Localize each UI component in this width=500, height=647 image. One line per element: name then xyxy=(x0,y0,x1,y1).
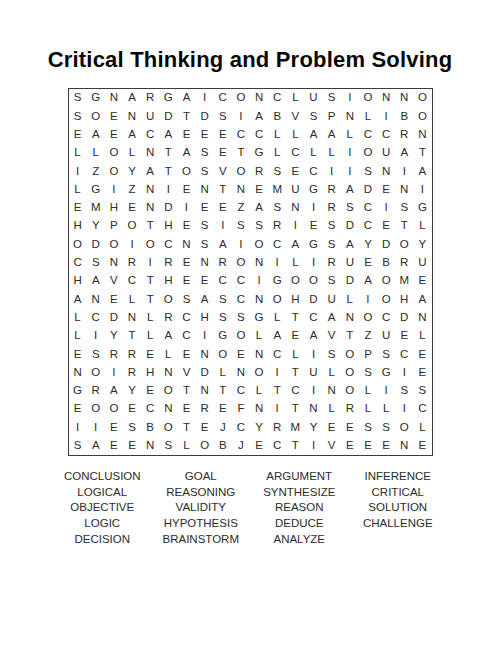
grid-cell[interactable]: S xyxy=(69,107,87,125)
grid-cell[interactable]: N xyxy=(395,437,413,455)
grid-cell[interactable]: Z xyxy=(359,327,377,345)
grid-cell[interactable]: E xyxy=(377,217,395,235)
grid-cell[interactable]: O xyxy=(250,363,268,381)
grid-cell[interactable]: L xyxy=(268,144,286,162)
grid-cell[interactable]: S xyxy=(69,437,87,455)
grid-cell[interactable]: E xyxy=(196,272,214,290)
grid-cell[interactable]: E xyxy=(196,126,214,144)
grid-cell[interactable]: T xyxy=(286,309,304,327)
grid-cell[interactable]: O xyxy=(196,437,214,455)
grid-cell[interactable]: I xyxy=(268,254,286,272)
grid-cell[interactable]: L xyxy=(323,363,341,381)
grid-cell[interactable]: C xyxy=(359,217,377,235)
grid-cell[interactable]: R xyxy=(123,254,141,272)
grid-cell[interactable]: N xyxy=(395,180,413,198)
grid-cell[interactable]: C xyxy=(250,126,268,144)
grid-cell[interactable]: E xyxy=(250,180,268,198)
grid-cell[interactable]: E xyxy=(232,345,250,363)
grid-cell[interactable]: E xyxy=(123,437,141,455)
grid-cell[interactable]: G xyxy=(87,180,105,198)
grid-cell[interactable]: L xyxy=(341,126,359,144)
grid-cell[interactable]: T xyxy=(177,382,195,400)
grid-cell[interactable]: T xyxy=(123,327,141,345)
grid-cell[interactable]: O xyxy=(141,235,159,253)
grid-cell[interactable]: I xyxy=(304,199,322,217)
grid-cell[interactable]: E xyxy=(177,400,195,418)
grid-cell[interactable]: R xyxy=(250,162,268,180)
grid-cell[interactable]: C xyxy=(286,144,304,162)
grid-cell[interactable]: N xyxy=(159,400,177,418)
grid-cell[interactable]: S xyxy=(395,382,413,400)
grid-cell[interactable]: R xyxy=(159,309,177,327)
grid-cell[interactable]: I xyxy=(87,327,105,345)
grid-cell[interactable]: L xyxy=(250,382,268,400)
grid-cell[interactable]: I xyxy=(177,199,195,217)
grid-cell[interactable]: S xyxy=(196,217,214,235)
grid-cell[interactable]: S xyxy=(177,290,195,308)
grid-cell[interactable]: G xyxy=(250,309,268,327)
grid-cell[interactable]: C xyxy=(214,272,232,290)
grid-cell[interactable]: V xyxy=(105,272,123,290)
grid-cell[interactable]: P xyxy=(323,107,341,125)
grid-cell[interactable]: I xyxy=(304,382,322,400)
grid-cell[interactable]: C xyxy=(304,162,322,180)
grid-cell[interactable]: S xyxy=(159,437,177,455)
grid-cell[interactable]: O xyxy=(232,254,250,272)
grid-cell[interactable]: L xyxy=(359,107,377,125)
grid-cell[interactable]: O xyxy=(413,107,431,125)
grid-cell[interactable]: L xyxy=(413,327,431,345)
grid-cell[interactable]: I xyxy=(196,89,214,107)
grid-cell[interactable]: D xyxy=(105,309,123,327)
grid-cell[interactable]: N xyxy=(232,363,250,381)
grid-cell[interactable]: N xyxy=(250,345,268,363)
grid-cell[interactable]: C xyxy=(214,89,232,107)
grid-cell[interactable]: N xyxy=(232,180,250,198)
grid-cell[interactable]: E xyxy=(69,199,87,217)
grid-cell[interactable]: C xyxy=(286,382,304,400)
grid-cell[interactable]: O xyxy=(105,235,123,253)
grid-cell[interactable]: V xyxy=(286,107,304,125)
grid-cell[interactable]: L xyxy=(268,126,286,144)
grid-cell[interactable]: P xyxy=(359,345,377,363)
grid-cell[interactable]: A xyxy=(250,107,268,125)
grid-cell[interactable]: A xyxy=(123,126,141,144)
grid-cell[interactable]: E xyxy=(214,126,232,144)
grid-cell[interactable]: M xyxy=(286,418,304,436)
grid-cell[interactable]: N xyxy=(123,309,141,327)
grid-cell[interactable]: H xyxy=(159,217,177,235)
grid-cell[interactable]: E xyxy=(177,126,195,144)
grid-cell[interactable]: I xyxy=(232,235,250,253)
grid-cell[interactable]: O xyxy=(232,89,250,107)
grid-cell[interactable]: L xyxy=(177,437,195,455)
grid-cell[interactable]: H xyxy=(105,199,123,217)
grid-cell[interactable]: T xyxy=(286,400,304,418)
grid-cell[interactable]: E xyxy=(250,437,268,455)
grid-cell[interactable]: C xyxy=(232,382,250,400)
grid-cell[interactable]: C xyxy=(359,126,377,144)
grid-cell[interactable]: T xyxy=(141,217,159,235)
grid-cell[interactable]: T xyxy=(232,144,250,162)
grid-cell[interactable]: E xyxy=(413,272,431,290)
grid-cell[interactable]: L xyxy=(359,382,377,400)
grid-cell[interactable]: D xyxy=(341,217,359,235)
grid-cell[interactable]: O xyxy=(177,162,195,180)
grid-cell[interactable]: R xyxy=(395,254,413,272)
grid-cell[interactable]: E xyxy=(377,180,395,198)
grid-cell[interactable]: E xyxy=(341,418,359,436)
grid-cell[interactable]: T xyxy=(413,144,431,162)
grid-cell[interactable]: B xyxy=(141,418,159,436)
grid-cell[interactable]: E xyxy=(69,126,87,144)
grid-cell[interactable]: E xyxy=(177,254,195,272)
grid-cell[interactable]: T xyxy=(214,180,232,198)
grid-cell[interactable]: D xyxy=(377,235,395,253)
grid-cell[interactable]: I xyxy=(323,162,341,180)
grid-cell[interactable]: L xyxy=(69,309,87,327)
grid-cell[interactable]: A xyxy=(286,235,304,253)
grid-cell[interactable]: O xyxy=(105,144,123,162)
grid-cell[interactable]: A xyxy=(87,126,105,144)
grid-cell[interactable]: O xyxy=(304,272,322,290)
grid-cell[interactable]: C xyxy=(395,345,413,363)
grid-cell[interactable]: E xyxy=(105,290,123,308)
grid-cell[interactable]: S xyxy=(377,345,395,363)
grid-cell[interactable]: N xyxy=(250,254,268,272)
grid-cell[interactable]: S xyxy=(196,144,214,162)
grid-cell[interactable]: O xyxy=(377,272,395,290)
grid-cell[interactable]: O xyxy=(268,290,286,308)
grid-cell[interactable]: E xyxy=(323,418,341,436)
grid-cell[interactable]: A xyxy=(341,180,359,198)
grid-cell[interactable]: T xyxy=(141,290,159,308)
grid-cell[interactable]: I xyxy=(395,162,413,180)
grid-cell[interactable]: O xyxy=(359,144,377,162)
grid-cell[interactable]: A xyxy=(196,290,214,308)
grid-cell[interactable]: I xyxy=(341,144,359,162)
grid-cell[interactable]: S xyxy=(87,254,105,272)
grid-cell[interactable]: O xyxy=(250,235,268,253)
grid-cell[interactable]: L xyxy=(159,345,177,363)
grid-cell[interactable]: E xyxy=(123,400,141,418)
grid-cell[interactable]: E xyxy=(214,144,232,162)
grid-cell[interactable]: S xyxy=(268,199,286,217)
grid-cell[interactable]: L xyxy=(123,144,141,162)
grid-cell[interactable]: A xyxy=(413,162,431,180)
grid-cell[interactable]: S xyxy=(359,363,377,381)
grid-cell[interactable]: O xyxy=(214,345,232,363)
grid-cell[interactable]: A xyxy=(159,126,177,144)
grid-cell[interactable]: L xyxy=(413,217,431,235)
grid-cell[interactable]: O xyxy=(69,235,87,253)
grid-cell[interactable]: O xyxy=(413,89,431,107)
grid-cell[interactable]: L xyxy=(69,180,87,198)
grid-cell[interactable]: G xyxy=(87,89,105,107)
grid-cell[interactable]: E xyxy=(341,437,359,455)
grid-cell[interactable]: L xyxy=(87,144,105,162)
grid-cell[interactable]: N xyxy=(196,254,214,272)
grid-cell[interactable]: C xyxy=(123,272,141,290)
grid-cell[interactable]: G xyxy=(159,89,177,107)
grid-cell[interactable]: I xyxy=(304,345,322,363)
grid-cell[interactable]: D xyxy=(159,107,177,125)
grid-cell[interactable]: N xyxy=(196,382,214,400)
grid-cell[interactable]: I xyxy=(214,217,232,235)
grid-cell[interactable]: E xyxy=(69,345,87,363)
grid-cell[interactable]: J xyxy=(214,418,232,436)
grid-cell[interactable]: N xyxy=(141,144,159,162)
grid-cell[interactable]: D xyxy=(196,107,214,125)
grid-cell[interactable]: L xyxy=(359,400,377,418)
grid-cell[interactable]: G xyxy=(69,382,87,400)
grid-cell[interactable]: E xyxy=(177,180,195,198)
grid-cell[interactable]: C xyxy=(177,327,195,345)
grid-cell[interactable]: L xyxy=(141,327,159,345)
grid-cell[interactable]: T xyxy=(159,144,177,162)
grid-cell[interactable]: S xyxy=(123,418,141,436)
grid-cell[interactable]: N xyxy=(286,199,304,217)
grid-cell[interactable]: V xyxy=(323,437,341,455)
grid-cell[interactable]: Y xyxy=(250,418,268,436)
grid-cell[interactable]: C xyxy=(232,126,250,144)
grid-cell[interactable]: R xyxy=(268,217,286,235)
grid-cell[interactable]: S xyxy=(232,217,250,235)
grid-cell[interactable]: O xyxy=(359,89,377,107)
grid-cell[interactable]: L xyxy=(286,126,304,144)
grid-cell[interactable]: F xyxy=(232,400,250,418)
grid-cell[interactable]: M xyxy=(395,272,413,290)
grid-cell[interactable]: H xyxy=(69,272,87,290)
grid-cell[interactable]: S xyxy=(214,107,232,125)
grid-cell[interactable]: S xyxy=(359,418,377,436)
grid-cell[interactable]: L xyxy=(214,363,232,381)
grid-cell[interactable]: L xyxy=(250,327,268,345)
grid-cell[interactable]: E xyxy=(69,400,87,418)
grid-cell[interactable]: I xyxy=(159,180,177,198)
grid-cell[interactable]: C xyxy=(232,418,250,436)
grid-cell[interactable]: I xyxy=(232,107,250,125)
grid-cell[interactable]: N xyxy=(177,235,195,253)
grid-cell[interactable]: R xyxy=(323,199,341,217)
grid-cell[interactable]: T xyxy=(268,382,286,400)
grid-cell[interactable]: L xyxy=(141,309,159,327)
grid-cell[interactable]: O xyxy=(359,309,377,327)
grid-cell[interactable]: O xyxy=(105,400,123,418)
grid-cell[interactable]: U xyxy=(304,89,322,107)
grid-cell[interactable]: B xyxy=(377,254,395,272)
grid-cell[interactable]: O xyxy=(123,217,141,235)
grid-cell[interactable]: E xyxy=(105,418,123,436)
grid-cell[interactable]: O xyxy=(286,272,304,290)
grid-cell[interactable]: G xyxy=(304,235,322,253)
grid-cell[interactable]: S xyxy=(323,235,341,253)
grid-cell[interactable]: I xyxy=(105,180,123,198)
grid-cell[interactable]: U xyxy=(304,363,322,381)
grid-cell[interactable]: R xyxy=(323,180,341,198)
grid-cell[interactable]: S xyxy=(196,162,214,180)
grid-cell[interactable]: E xyxy=(105,437,123,455)
grid-cell[interactable]: L xyxy=(341,290,359,308)
grid-cell[interactable]: D xyxy=(341,272,359,290)
grid-cell[interactable]: R xyxy=(141,89,159,107)
grid-cell[interactable]: C xyxy=(377,126,395,144)
grid-cell[interactable]: N xyxy=(141,180,159,198)
grid-cell[interactable]: V xyxy=(323,327,341,345)
grid-cell[interactable]: C xyxy=(232,272,250,290)
grid-cell[interactable]: I xyxy=(69,418,87,436)
grid-cell[interactable]: B xyxy=(268,107,286,125)
grid-cell[interactable]: O xyxy=(341,345,359,363)
grid-cell[interactable]: E xyxy=(395,327,413,345)
grid-cell[interactable]: A xyxy=(341,235,359,253)
grid-cell[interactable]: L xyxy=(69,327,87,345)
grid-cell[interactable]: N xyxy=(341,107,359,125)
grid-cell[interactable]: S xyxy=(323,89,341,107)
grid-cell[interactable]: L xyxy=(123,290,141,308)
grid-cell[interactable]: E xyxy=(359,437,377,455)
grid-cell[interactable]: T xyxy=(177,107,195,125)
grid-cell[interactable]: R xyxy=(196,400,214,418)
grid-cell[interactable]: E xyxy=(286,162,304,180)
grid-cell[interactable]: E xyxy=(177,345,195,363)
grid-cell[interactable]: C xyxy=(177,309,195,327)
grid-cell[interactable]: E xyxy=(304,217,322,235)
grid-cell[interactable]: L xyxy=(268,309,286,327)
grid-cell[interactable]: A xyxy=(250,199,268,217)
grid-cell[interactable]: E xyxy=(413,345,431,363)
grid-cell[interactable]: R xyxy=(214,254,232,272)
grid-cell[interactable]: T xyxy=(341,327,359,345)
grid-cell[interactable]: O xyxy=(87,107,105,125)
grid-cell[interactable]: A xyxy=(304,327,322,345)
grid-cell[interactable]: C xyxy=(268,235,286,253)
grid-cell[interactable]: N xyxy=(250,400,268,418)
grid-cell[interactable]: L xyxy=(377,400,395,418)
grid-cell[interactable]: I xyxy=(304,254,322,272)
grid-cell[interactable]: O xyxy=(377,290,395,308)
grid-cell[interactable]: I xyxy=(87,418,105,436)
grid-cell[interactable]: A xyxy=(87,437,105,455)
grid-cell[interactable]: A xyxy=(268,327,286,345)
grid-cell[interactable]: Z xyxy=(123,180,141,198)
grid-cell[interactable]: N xyxy=(123,107,141,125)
grid-cell[interactable]: A xyxy=(323,126,341,144)
grid-cell[interactable]: R xyxy=(123,363,141,381)
grid-cell[interactable]: J xyxy=(232,437,250,455)
grid-cell[interactable]: C xyxy=(141,126,159,144)
grid-cell[interactable]: Y xyxy=(123,382,141,400)
grid-cell[interactable]: T xyxy=(286,437,304,455)
grid-cell[interactable]: M xyxy=(87,199,105,217)
grid-cell[interactable]: U xyxy=(377,327,395,345)
grid-cell[interactable]: R xyxy=(341,400,359,418)
grid-cell[interactable]: G xyxy=(268,272,286,290)
grid-cell[interactable]: V xyxy=(177,363,195,381)
grid-cell[interactable]: D xyxy=(359,180,377,198)
grid-cell[interactable]: A xyxy=(159,327,177,345)
grid-cell[interactable]: O xyxy=(159,290,177,308)
grid-cell[interactable]: O xyxy=(159,418,177,436)
grid-cell[interactable]: A xyxy=(177,89,195,107)
grid-cell[interactable]: N xyxy=(141,437,159,455)
grid-cell[interactable]: T xyxy=(159,162,177,180)
grid-cell[interactable]: N xyxy=(323,382,341,400)
grid-cell[interactable]: I xyxy=(395,363,413,381)
grid-cell[interactable]: T xyxy=(214,382,232,400)
grid-cell[interactable]: E xyxy=(413,363,431,381)
grid-cell[interactable]: L xyxy=(304,144,322,162)
grid-cell[interactable]: S xyxy=(69,89,87,107)
grid-cell[interactable]: O xyxy=(105,162,123,180)
grid-cell[interactable]: I xyxy=(341,162,359,180)
grid-cell[interactable]: U xyxy=(141,107,159,125)
grid-cell[interactable]: C xyxy=(377,309,395,327)
grid-cell[interactable]: I xyxy=(359,290,377,308)
grid-cell[interactable]: L xyxy=(323,400,341,418)
grid-cell[interactable]: E xyxy=(177,272,195,290)
grid-cell[interactable]: E xyxy=(214,199,232,217)
grid-cell[interactable]: A xyxy=(87,272,105,290)
grid-cell[interactable]: C xyxy=(159,235,177,253)
grid-cell[interactable]: R xyxy=(323,254,341,272)
grid-cell[interactable]: I xyxy=(341,89,359,107)
grid-cell[interactable]: I xyxy=(123,235,141,253)
grid-cell[interactable]: S xyxy=(341,199,359,217)
grid-cell[interactable]: I xyxy=(268,363,286,381)
grid-cell[interactable]: S xyxy=(323,345,341,363)
grid-cell[interactable]: R xyxy=(105,345,123,363)
grid-cell[interactable]: O xyxy=(341,363,359,381)
grid-cell[interactable]: A xyxy=(304,126,322,144)
grid-cell[interactable]: H xyxy=(141,363,159,381)
grid-cell[interactable]: N xyxy=(377,162,395,180)
grid-cell[interactable]: E xyxy=(105,107,123,125)
grid-cell[interactable]: A xyxy=(105,382,123,400)
grid-cell[interactable]: L xyxy=(69,144,87,162)
grid-cell[interactable]: S xyxy=(250,217,268,235)
grid-cell[interactable]: R xyxy=(123,345,141,363)
grid-cell[interactable]: O xyxy=(87,363,105,381)
grid-cell[interactable]: C xyxy=(359,199,377,217)
grid-cell[interactable]: E xyxy=(123,199,141,217)
grid-cell[interactable]: C xyxy=(304,309,322,327)
grid-cell[interactable]: R xyxy=(395,126,413,144)
grid-cell[interactable]: V xyxy=(214,162,232,180)
grid-cell[interactable]: S xyxy=(323,272,341,290)
grid-cell[interactable]: E xyxy=(105,126,123,144)
grid-cell[interactable]: C xyxy=(141,400,159,418)
grid-cell[interactable]: N xyxy=(196,345,214,363)
grid-cell[interactable]: S xyxy=(359,162,377,180)
grid-cell[interactable]: U xyxy=(341,254,359,272)
grid-cell[interactable]: N xyxy=(196,180,214,198)
grid-cell[interactable]: I xyxy=(377,382,395,400)
grid-cell[interactable]: O xyxy=(232,327,250,345)
grid-cell[interactable]: I xyxy=(268,400,286,418)
grid-cell[interactable]: Y xyxy=(105,327,123,345)
grid-cell[interactable]: E xyxy=(377,437,395,455)
grid-cell[interactable]: I xyxy=(105,363,123,381)
grid-cell[interactable]: S xyxy=(232,309,250,327)
grid-cell[interactable]: A xyxy=(141,162,159,180)
grid-cell[interactable]: I xyxy=(304,437,322,455)
grid-cell[interactable]: B xyxy=(395,107,413,125)
grid-cell[interactable]: A xyxy=(413,290,431,308)
grid-cell[interactable]: H xyxy=(159,272,177,290)
grid-cell[interactable]: D xyxy=(159,199,177,217)
grid-cell[interactable]: I xyxy=(250,272,268,290)
